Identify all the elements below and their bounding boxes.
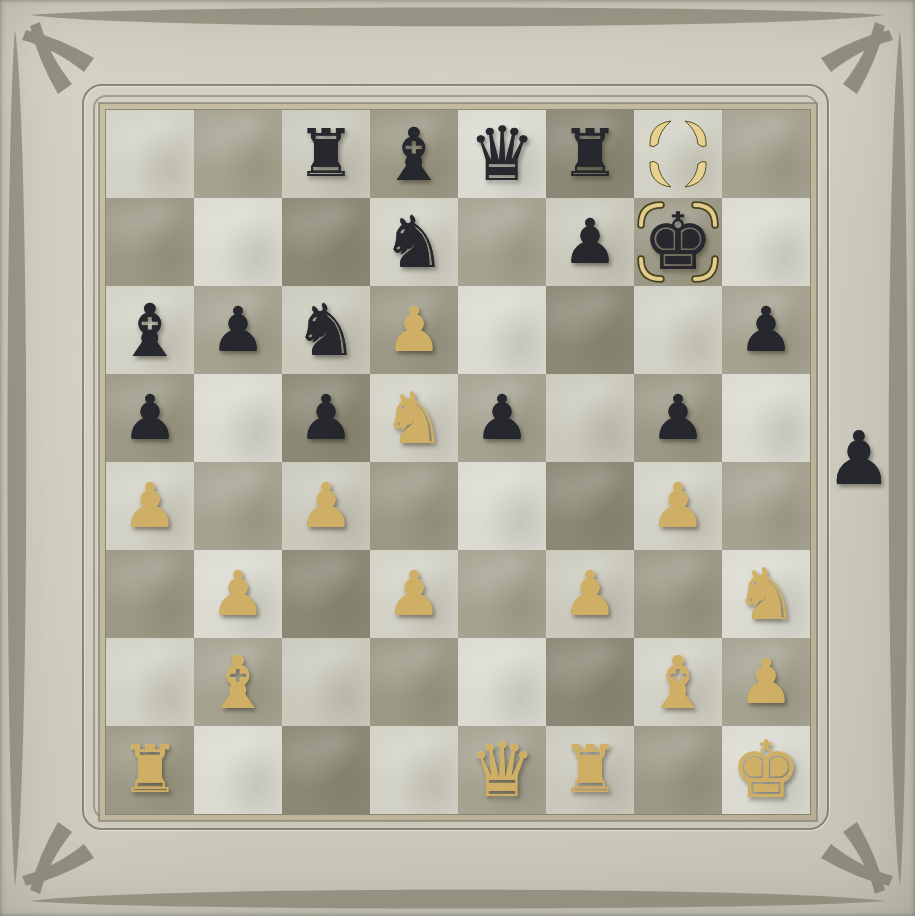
square-f8[interactable]: ♜	[546, 110, 634, 198]
square-d2[interactable]	[370, 638, 458, 726]
square-a1[interactable]: ♜	[106, 726, 194, 814]
piece-black-pawn[interactable]: ♟	[298, 387, 354, 449]
square-a5[interactable]: ♟	[106, 374, 194, 462]
piece-black-rook[interactable]: ♜	[560, 121, 619, 187]
piece-black-queen[interactable]: ♛	[468, 117, 535, 192]
piece-white-pawn[interactable]: ♟	[122, 475, 178, 537]
square-a2[interactable]	[106, 638, 194, 726]
square-c6[interactable]: ♞	[282, 286, 370, 374]
square-e8[interactable]: ♛	[458, 110, 546, 198]
piece-white-knight[interactable]: ♞	[382, 382, 447, 454]
square-e4[interactable]	[458, 462, 546, 550]
square-h6[interactable]: ♟	[722, 286, 810, 374]
square-c3[interactable]	[282, 550, 370, 638]
piece-black-pawn[interactable]: ♟	[210, 299, 266, 361]
piece-black-knight[interactable]: ♞	[382, 206, 447, 278]
square-d8[interactable]: ♝	[370, 110, 458, 198]
piece-white-pawn[interactable]: ♟	[562, 563, 618, 625]
square-f2[interactable]	[546, 638, 634, 726]
square-g1[interactable]	[634, 726, 722, 814]
square-c8[interactable]: ♜	[282, 110, 370, 198]
square-b1[interactable]	[194, 726, 282, 814]
square-g4[interactable]: ♟	[634, 462, 722, 550]
square-f6[interactable]	[546, 286, 634, 374]
square-g2[interactable]: ♝	[634, 638, 722, 726]
square-f4[interactable]	[546, 462, 634, 550]
captured-piece-tray: ♟	[818, 412, 900, 504]
move-from-marker-icon	[634, 110, 722, 198]
square-e6[interactable]	[458, 286, 546, 374]
piece-white-pawn[interactable]: ♟	[738, 651, 794, 713]
captured-piece-black-pawn: ♟	[826, 421, 892, 495]
square-c7[interactable]	[282, 198, 370, 286]
square-h1[interactable]: ♚	[722, 726, 810, 814]
piece-black-pawn[interactable]: ♟	[650, 387, 706, 449]
piece-white-pawn[interactable]: ♟	[210, 563, 266, 625]
square-g3[interactable]	[634, 550, 722, 638]
square-b5[interactable]	[194, 374, 282, 462]
square-d1[interactable]	[370, 726, 458, 814]
square-b3[interactable]: ♟	[194, 550, 282, 638]
square-d4[interactable]	[370, 462, 458, 550]
square-g7[interactable]: ♚	[634, 198, 722, 286]
square-d3[interactable]: ♟	[370, 550, 458, 638]
square-b8[interactable]	[194, 110, 282, 198]
piece-white-pawn[interactable]: ♟	[650, 475, 706, 537]
piece-black-bishop[interactable]: ♝	[381, 118, 446, 191]
piece-white-pawn[interactable]: ♟	[386, 563, 442, 625]
piece-black-knight[interactable]: ♞	[294, 294, 359, 366]
piece-black-pawn[interactable]: ♟	[122, 387, 178, 449]
square-b4[interactable]	[194, 462, 282, 550]
square-c4[interactable]: ♟	[282, 462, 370, 550]
square-a7[interactable]	[106, 198, 194, 286]
piece-black-pawn[interactable]: ♟	[562, 211, 618, 273]
square-c5[interactable]: ♟	[282, 374, 370, 462]
square-e3[interactable]	[458, 550, 546, 638]
square-b2[interactable]: ♝	[194, 638, 282, 726]
piece-white-pawn[interactable]: ♟	[298, 475, 354, 537]
piece-black-pawn[interactable]: ♟	[738, 299, 794, 361]
piece-white-bishop[interactable]: ♝	[645, 646, 710, 719]
square-a3[interactable]	[106, 550, 194, 638]
piece-black-bishop[interactable]: ♝	[117, 294, 182, 367]
square-a4[interactable]: ♟	[106, 462, 194, 550]
piece-white-knight[interactable]: ♞	[734, 558, 799, 630]
square-h4[interactable]	[722, 462, 810, 550]
square-d6[interactable]: ♟	[370, 286, 458, 374]
square-f3[interactable]: ♟	[546, 550, 634, 638]
square-g5[interactable]: ♟	[634, 374, 722, 462]
square-e1[interactable]: ♛	[458, 726, 546, 814]
piece-black-rook[interactable]: ♜	[296, 121, 355, 187]
piece-white-king[interactable]: ♚	[731, 731, 802, 810]
square-b7[interactable]	[194, 198, 282, 286]
square-g6[interactable]	[634, 286, 722, 374]
chess-board: ♜♝♛♜ ♞♟♚ ♝♟♞♟♟♟♟♞♟♟♟♟♟♟♟♟♞♝♝♟♜♛♜♚	[106, 110, 810, 814]
piece-white-bishop[interactable]: ♝	[205, 646, 270, 719]
piece-black-king[interactable]: ♚	[643, 203, 714, 282]
square-h5[interactable]	[722, 374, 810, 462]
piece-white-queen[interactable]: ♛	[468, 733, 535, 808]
piece-black-pawn[interactable]: ♟	[474, 387, 530, 449]
square-h8[interactable]	[722, 110, 810, 198]
square-c1[interactable]	[282, 726, 370, 814]
square-h7[interactable]	[722, 198, 810, 286]
square-f7[interactable]: ♟	[546, 198, 634, 286]
square-f1[interactable]: ♜	[546, 726, 634, 814]
square-e2[interactable]	[458, 638, 546, 726]
square-h3[interactable]: ♞	[722, 550, 810, 638]
piece-white-rook[interactable]: ♜	[560, 737, 619, 803]
square-c2[interactable]	[282, 638, 370, 726]
square-a6[interactable]: ♝	[106, 286, 194, 374]
square-b6[interactable]: ♟	[194, 286, 282, 374]
square-e5[interactable]: ♟	[458, 374, 546, 462]
square-h2[interactable]: ♟	[722, 638, 810, 726]
square-e7[interactable]	[458, 198, 546, 286]
chess-app-window: ♜♝♛♜ ♞♟♚ ♝♟♞♟♟♟♟♞♟♟♟♟♟♟♟♟♞♝♝♟♜♛♜♚ ♟	[0, 0, 915, 916]
square-g8[interactable]	[634, 110, 722, 198]
square-a8[interactable]	[106, 110, 194, 198]
square-d7[interactable]: ♞	[370, 198, 458, 286]
piece-white-pawn[interactable]: ♟	[386, 299, 442, 361]
square-f5[interactable]	[546, 374, 634, 462]
square-d5[interactable]: ♞	[370, 374, 458, 462]
piece-white-rook[interactable]: ♜	[120, 737, 179, 803]
